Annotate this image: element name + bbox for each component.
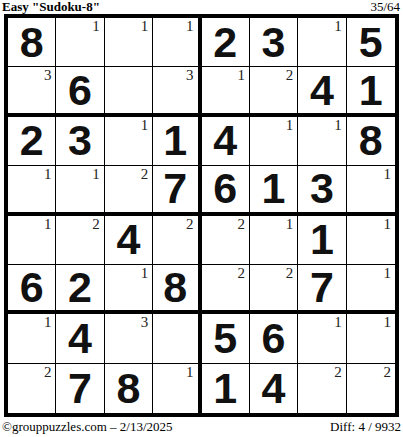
- cell-r1c7[interactable]: 1: [298, 18, 346, 67]
- cell-r4c4[interactable]: 7: [153, 166, 201, 215]
- given-digit: 1: [310, 218, 334, 261]
- cell-r2c5[interactable]: 1: [202, 67, 250, 116]
- cell-r5c4[interactable]: 2: [153, 216, 201, 265]
- given-digit: 6: [68, 69, 92, 112]
- pencil-mark: 2: [237, 217, 245, 232]
- cell-r1c1[interactable]: 8: [8, 18, 56, 67]
- cell-r2c8[interactable]: 1: [347, 67, 395, 116]
- cell-r6c8[interactable]: 1: [347, 265, 395, 314]
- pencil-mark: 1: [237, 68, 245, 83]
- cell-r3c3[interactable]: 1: [105, 117, 153, 166]
- pencil-mark: 2: [334, 365, 342, 380]
- given-digit: 4: [262, 367, 286, 410]
- pencil-mark: 1: [286, 118, 294, 133]
- cell-r2c7[interactable]: 4: [298, 67, 346, 116]
- pencil-mark: 1: [334, 19, 342, 34]
- cell-r4c6[interactable]: 1: [250, 166, 298, 215]
- cell-r5c2[interactable]: 2: [56, 216, 104, 265]
- cell-r7c4[interactable]: [153, 314, 201, 363]
- given-digit: 1: [359, 69, 383, 112]
- cell-r5c5[interactable]: 2: [202, 216, 250, 265]
- cell-r5c8[interactable]: 1: [347, 216, 395, 265]
- given-digit: 4: [68, 317, 92, 360]
- cell-r8c4[interactable]: 1: [153, 364, 201, 413]
- pencil-mark: 2: [141, 167, 149, 182]
- cell-r1c2[interactable]: 1: [56, 18, 104, 67]
- cell-r6c3[interactable]: 1: [105, 265, 153, 314]
- pencil-mark: 1: [92, 19, 100, 34]
- pencil-mark: 2: [286, 68, 294, 83]
- cell-r6c1[interactable]: 6: [8, 265, 56, 314]
- cell-r8c5[interactable]: 1: [202, 364, 250, 413]
- cell-r3c8[interactable]: 8: [347, 117, 395, 166]
- cell-r1c4[interactable]: 1: [153, 18, 201, 67]
- cell-r8c2[interactable]: 7: [56, 364, 104, 413]
- cell-r3c6[interactable]: 1: [250, 117, 298, 166]
- pencil-mark: 1: [92, 167, 100, 182]
- given-digit: 4: [116, 218, 140, 261]
- cell-r2c4[interactable]: 3: [153, 67, 201, 116]
- given-digit: 4: [310, 69, 334, 112]
- given-digit: 8: [20, 21, 44, 64]
- cell-r1c5[interactable]: 2: [202, 18, 250, 67]
- pencil-mark: 1: [384, 266, 392, 281]
- given-digit: 2: [213, 21, 237, 64]
- given-digit: 5: [359, 21, 383, 64]
- given-digit: 8: [163, 266, 187, 309]
- cell-r7c6[interactable]: 6: [250, 314, 298, 363]
- cell-r7c8[interactable]: 1: [347, 314, 395, 363]
- cell-r2c3[interactable]: [105, 67, 153, 116]
- pencil-mark: 2: [92, 217, 100, 232]
- pencil-mark: 1: [334, 118, 342, 133]
- pencil-mark: 1: [384, 217, 392, 232]
- puzzle-page: Easy "Sudoku-8" 35/64 811123153631241231…: [0, 0, 403, 437]
- pencil-mark: 1: [44, 167, 52, 182]
- cell-r6c4[interactable]: 8: [153, 265, 201, 314]
- pencil-mark: 3: [186, 68, 194, 83]
- cell-r3c1[interactable]: 2: [8, 117, 56, 166]
- cell-r8c6[interactable]: 4: [250, 364, 298, 413]
- given-digit: 2: [68, 266, 92, 309]
- cell-r3c5[interactable]: 4: [202, 117, 250, 166]
- given-digit: 6: [213, 167, 237, 210]
- cell-r8c7[interactable]: 2: [298, 364, 346, 413]
- given-digit: 3: [310, 167, 334, 210]
- cell-r7c2[interactable]: 4: [56, 314, 104, 363]
- given-digit: 5: [213, 317, 237, 360]
- cell-r7c7[interactable]: 1: [298, 314, 346, 363]
- cell-r3c2[interactable]: 3: [56, 117, 104, 166]
- pencil-mark: 1: [44, 315, 52, 330]
- cell-r4c3[interactable]: 2: [105, 166, 153, 215]
- given-digit: 2: [20, 119, 44, 162]
- pencil-mark: 3: [44, 68, 52, 83]
- cell-r1c3[interactable]: 1: [105, 18, 153, 67]
- given-digit: 3: [68, 119, 92, 162]
- pencil-mark: 2: [384, 365, 392, 380]
- cell-r1c8[interactable]: 5: [347, 18, 395, 67]
- given-digit: 7: [68, 367, 92, 410]
- pencil-mark: 1: [186, 19, 194, 34]
- cell-r4c8[interactable]: 1: [347, 166, 395, 215]
- pencil-mark: 1: [141, 118, 149, 133]
- given-digit: 6: [262, 317, 286, 360]
- pencil-mark: 2: [44, 365, 52, 380]
- cell-r3c7[interactable]: 1: [298, 117, 346, 166]
- page-title: Easy "Sudoku-8": [2, 0, 100, 13]
- pencil-mark: 1: [141, 19, 149, 34]
- difficulty-text: Diff: 4 / 9932: [330, 420, 401, 434]
- cell-r6c7[interactable]: 7: [298, 265, 346, 314]
- given-digit: 8: [359, 119, 383, 162]
- cell-r5c6[interactable]: 1: [250, 216, 298, 265]
- cell-r4c5[interactable]: 6: [202, 166, 250, 215]
- page-number: 35/64: [370, 0, 400, 13]
- cell-r4c7[interactable]: 3: [298, 166, 346, 215]
- cell-r5c1[interactable]: 1: [8, 216, 56, 265]
- cell-r7c3[interactable]: 3: [105, 314, 153, 363]
- given-digit: 1: [163, 119, 187, 162]
- given-digit: 7: [310, 266, 334, 309]
- cell-r1c6[interactable]: 3: [250, 18, 298, 67]
- cell-r4c2[interactable]: 1: [56, 166, 104, 215]
- given-digit: 3: [262, 21, 286, 64]
- pencil-mark: 1: [44, 217, 52, 232]
- pencil-mark: 1: [384, 315, 392, 330]
- pencil-mark: 1: [334, 315, 342, 330]
- cell-r2c1[interactable]: 3: [8, 67, 56, 116]
- cell-r4c1[interactable]: 1: [8, 166, 56, 215]
- pencil-mark: 1: [286, 217, 294, 232]
- pencil-mark: 2: [286, 266, 294, 281]
- pencil-mark: 2: [237, 266, 245, 281]
- cell-r2c2[interactable]: 6: [56, 67, 104, 116]
- pencil-mark: 1: [186, 365, 194, 380]
- cell-r7c1[interactable]: 1: [8, 314, 56, 363]
- given-digit: 6: [20, 266, 44, 309]
- cell-r5c7[interactable]: 1: [298, 216, 346, 265]
- cell-r3c4[interactable]: 1: [153, 117, 201, 166]
- cell-r6c5[interactable]: 2: [202, 265, 250, 314]
- cell-r8c1[interactable]: 2: [8, 364, 56, 413]
- given-digit: 8: [116, 367, 140, 410]
- given-digit: 7: [163, 167, 187, 210]
- copyright-text: ©grouppuzzles.com – 2/13/2025: [2, 420, 173, 434]
- pencil-mark: 2: [186, 217, 194, 232]
- cell-r2c6[interactable]: 2: [250, 67, 298, 116]
- given-digit: 1: [262, 167, 286, 210]
- cell-r7c5[interactable]: 5: [202, 314, 250, 363]
- given-digit: 1: [213, 367, 237, 410]
- cell-r6c2[interactable]: 2: [56, 265, 104, 314]
- footer: ©grouppuzzles.com – 2/13/2025 Diff: 4 / …: [2, 420, 401, 434]
- pencil-mark: 1: [384, 167, 392, 182]
- cell-r6c6[interactable]: 2: [250, 265, 298, 314]
- header: Easy "Sudoku-8" 35/64: [2, 0, 400, 13]
- given-digit: 4: [213, 119, 237, 162]
- cell-r8c8[interactable]: 2: [347, 364, 395, 413]
- cell-r8c3[interactable]: 8: [105, 364, 153, 413]
- pencil-mark: 3: [141, 315, 149, 330]
- sudoku-board: 8111231536312412311411811276131124221116…: [4, 14, 399, 417]
- cell-r5c3[interactable]: 4: [105, 216, 153, 265]
- pencil-mark: 1: [141, 266, 149, 281]
